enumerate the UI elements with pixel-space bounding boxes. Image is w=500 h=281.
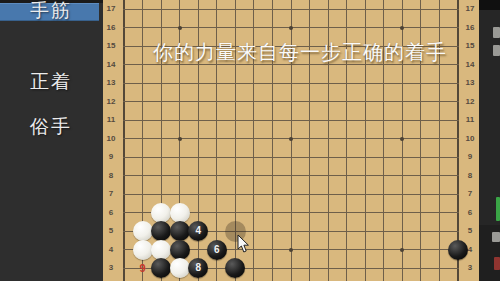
star-point — [289, 26, 293, 30]
row-label: 11 — [462, 115, 478, 125]
stone-white — [151, 240, 171, 260]
stone-white — [133, 221, 153, 241]
row-label: 14 — [462, 60, 478, 70]
row-label: 15 — [462, 41, 478, 51]
stone-white — [151, 203, 171, 223]
menu-item-shoujin[interactable]: 手筋 — [0, 0, 103, 22]
mouse-cursor-icon — [237, 234, 250, 254]
row-label: 5 — [462, 226, 478, 236]
row-label: 15 — [103, 41, 119, 51]
row-label: 11 — [103, 115, 119, 125]
stone-black — [170, 221, 190, 241]
right-clipped-panel — [479, 0, 500, 281]
clipped-text-fragment — [494, 257, 500, 270]
go-board[interactable]: 你的力量来自每一步正确的着手 1717161615151414131312121… — [103, 0, 479, 281]
row-label: 9 — [103, 152, 119, 162]
star-point — [178, 137, 182, 141]
star-point — [289, 248, 293, 252]
row-label: 8 — [103, 171, 119, 181]
row-label: 13 — [462, 78, 478, 88]
move-number-marker: 9 — [133, 258, 153, 278]
overlay-caption: 你的力量来自每一步正确的着手 — [153, 39, 447, 66]
menu-item-zhengzhao[interactable]: 正着 — [0, 71, 103, 93]
stone-black: 8 — [188, 258, 208, 278]
grid-line — [123, 157, 459, 158]
menu-item-sushou[interactable]: 俗手 — [0, 116, 103, 138]
row-label: 6 — [103, 208, 119, 218]
stone-black — [170, 240, 190, 260]
row-label: 7 — [103, 189, 119, 199]
stone-black: 4 — [188, 221, 208, 241]
row-label: 3 — [103, 263, 119, 273]
row-label: 7 — [462, 189, 478, 199]
grid-line — [123, 175, 459, 176]
row-label: 17 — [103, 4, 119, 14]
grid-line — [123, 83, 459, 84]
grid-line — [457, 0, 459, 281]
video-frame: 正着 俗手 手筋 你的力量来自每一步正确的着手 1717161615151414… — [0, 0, 500, 281]
left-menu-panel: 正着 俗手 手筋 — [0, 0, 103, 281]
row-label: 6 — [462, 208, 478, 218]
star-point — [400, 26, 404, 30]
row-label: 14 — [103, 60, 119, 70]
grid-line — [123, 194, 459, 195]
stone-white — [170, 203, 190, 223]
stone-white — [170, 258, 190, 278]
row-label: 17 — [462, 4, 478, 14]
row-label: 3 — [462, 263, 478, 273]
clipped-text-fragment — [493, 45, 500, 56]
row-label: 12 — [103, 97, 119, 107]
grid-line — [123, 120, 459, 121]
grid-line — [123, 101, 459, 102]
row-label: 9 — [462, 152, 478, 162]
star-point — [400, 137, 404, 141]
stone-black — [225, 258, 245, 278]
grid-line — [123, 9, 459, 10]
row-label: 5 — [103, 226, 119, 236]
grid-line — [123, 0, 125, 281]
star-point — [400, 248, 404, 252]
stone-black: 6 — [207, 240, 227, 260]
star-point — [178, 26, 182, 30]
row-label: 4 — [103, 245, 119, 255]
row-label: 12 — [462, 97, 478, 107]
row-label: 10 — [462, 134, 478, 144]
row-label: 16 — [103, 23, 119, 33]
row-label: 10 — [103, 134, 119, 144]
clipped-text-fragment — [493, 27, 500, 38]
stone-white — [133, 240, 153, 260]
row-label: 16 — [462, 23, 478, 33]
stone-black — [151, 221, 171, 241]
panel-top-edge — [479, 0, 500, 10]
star-point — [289, 137, 293, 141]
clipped-text-fragment — [492, 232, 500, 242]
row-label: 13 — [103, 78, 119, 88]
stone-black — [151, 258, 171, 278]
clipped-green-button[interactable] — [496, 197, 500, 221]
row-label: 8 — [462, 171, 478, 181]
stone-black — [448, 240, 468, 260]
